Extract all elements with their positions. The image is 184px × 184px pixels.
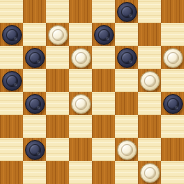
square-a8 [0, 0, 23, 23]
square-g4 [138, 92, 161, 115]
square-b6[interactable] [23, 46, 46, 69]
square-e5[interactable] [92, 69, 115, 92]
white-man-piece[interactable] [71, 94, 91, 114]
square-c3[interactable] [46, 115, 69, 138]
square-a5[interactable] [0, 69, 23, 92]
square-a6 [0, 46, 23, 69]
square-e6 [92, 46, 115, 69]
checkers-board [0, 0, 184, 184]
white-man-piece[interactable] [140, 71, 160, 91]
square-d1 [69, 161, 92, 184]
square-e7[interactable] [92, 23, 115, 46]
white-man-piece[interactable] [140, 163, 160, 183]
square-c8 [46, 0, 69, 23]
black-man-piece[interactable] [2, 25, 22, 45]
square-f3 [115, 115, 138, 138]
square-f8[interactable] [115, 0, 138, 23]
square-f4[interactable] [115, 92, 138, 115]
white-man-piece[interactable] [71, 48, 91, 68]
square-g7[interactable] [138, 23, 161, 46]
black-man-piece[interactable] [117, 48, 137, 68]
square-a1[interactable] [0, 161, 23, 184]
square-b5 [23, 69, 46, 92]
black-man-piece[interactable] [25, 48, 45, 68]
square-g2 [138, 138, 161, 161]
square-b3 [23, 115, 46, 138]
square-h4[interactable] [161, 92, 184, 115]
black-man-piece[interactable] [94, 25, 114, 45]
square-g6 [138, 46, 161, 69]
black-man-piece[interactable] [2, 71, 22, 91]
square-c6 [46, 46, 69, 69]
white-man-piece[interactable] [117, 140, 137, 160]
square-d6[interactable] [69, 46, 92, 69]
black-man-piece[interactable] [25, 94, 45, 114]
square-e4 [92, 92, 115, 115]
square-d4[interactable] [69, 92, 92, 115]
square-b8[interactable] [23, 0, 46, 23]
square-f5 [115, 69, 138, 92]
square-h2[interactable] [161, 138, 184, 161]
square-a7[interactable] [0, 23, 23, 46]
square-g8 [138, 0, 161, 23]
square-d8[interactable] [69, 0, 92, 23]
square-c5[interactable] [46, 69, 69, 92]
square-c4 [46, 92, 69, 115]
square-a4 [0, 92, 23, 115]
square-a2 [0, 138, 23, 161]
square-e8 [92, 0, 115, 23]
square-h6[interactable] [161, 46, 184, 69]
square-f1 [115, 161, 138, 184]
square-e1[interactable] [92, 161, 115, 184]
square-d7 [69, 23, 92, 46]
square-h5 [161, 69, 184, 92]
black-man-piece[interactable] [117, 2, 137, 22]
square-h3 [161, 115, 184, 138]
square-g5[interactable] [138, 69, 161, 92]
white-man-piece[interactable] [48, 25, 68, 45]
square-b2[interactable] [23, 138, 46, 161]
square-c2 [46, 138, 69, 161]
square-f2[interactable] [115, 138, 138, 161]
square-e3[interactable] [92, 115, 115, 138]
black-man-piece[interactable] [163, 94, 183, 114]
square-b1 [23, 161, 46, 184]
square-f7 [115, 23, 138, 46]
square-f6[interactable] [115, 46, 138, 69]
square-h8[interactable] [161, 0, 184, 23]
square-b4[interactable] [23, 92, 46, 115]
square-b7 [23, 23, 46, 46]
square-a3[interactable] [0, 115, 23, 138]
square-d5 [69, 69, 92, 92]
square-g1[interactable] [138, 161, 161, 184]
square-e2 [92, 138, 115, 161]
square-h7 [161, 23, 184, 46]
square-c7[interactable] [46, 23, 69, 46]
square-d3 [69, 115, 92, 138]
square-h1 [161, 161, 184, 184]
black-man-piece[interactable] [25, 140, 45, 160]
square-g3[interactable] [138, 115, 161, 138]
square-c1[interactable] [46, 161, 69, 184]
white-man-piece[interactable] [163, 48, 183, 68]
square-d2[interactable] [69, 138, 92, 161]
